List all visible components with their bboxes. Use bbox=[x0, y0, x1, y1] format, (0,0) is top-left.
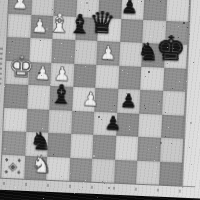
square-h5 bbox=[163, 67, 187, 91]
square-d4 bbox=[72, 87, 96, 111]
square-b5 bbox=[28, 61, 52, 85]
square-e6 bbox=[96, 41, 120, 65]
square-f7 bbox=[120, 18, 144, 42]
chess-board bbox=[1, 0, 189, 186]
square-c7 bbox=[52, 15, 76, 39]
square-f5 bbox=[118, 65, 142, 89]
square-f6 bbox=[119, 42, 143, 66]
square-g4 bbox=[139, 90, 163, 114]
square-h4 bbox=[162, 91, 186, 115]
square-c2 bbox=[47, 133, 71, 157]
square-e2 bbox=[92, 135, 116, 159]
square-d7 bbox=[75, 16, 99, 40]
square-b1 bbox=[24, 155, 48, 179]
square-h8 bbox=[166, 0, 190, 21]
square-f1 bbox=[114, 159, 138, 183]
square-f4 bbox=[117, 89, 141, 113]
square-b3 bbox=[26, 108, 50, 132]
square-d6 bbox=[74, 40, 98, 64]
square-g2 bbox=[137, 137, 161, 161]
corner-ornament-icon: ♦ ♦ ♦ ♦ ◈ bbox=[2, 156, 23, 177]
square-g8 bbox=[143, 0, 167, 20]
edge-stamp-decoration bbox=[0, 48, 3, 88]
square-d8 bbox=[76, 0, 100, 17]
square-h2 bbox=[160, 138, 184, 162]
square-c3 bbox=[48, 109, 72, 133]
square-a5 bbox=[5, 60, 29, 84]
square-h1 bbox=[159, 161, 183, 185]
square-c6 bbox=[51, 39, 75, 63]
square-a7 bbox=[7, 13, 31, 37]
square-g6 bbox=[141, 43, 165, 67]
square-e4 bbox=[94, 88, 118, 112]
square-c5 bbox=[50, 62, 74, 86]
square-b7 bbox=[30, 14, 54, 38]
square-b4 bbox=[27, 85, 51, 109]
square-e1 bbox=[91, 158, 115, 182]
square-h3 bbox=[161, 114, 185, 138]
square-d3 bbox=[71, 110, 95, 134]
square-f8 bbox=[121, 0, 145, 19]
square-g3 bbox=[138, 113, 162, 137]
square-d1 bbox=[69, 157, 93, 181]
square-a2 bbox=[2, 131, 26, 155]
square-h7 bbox=[165, 20, 189, 44]
square-a6 bbox=[6, 37, 30, 61]
square-c4 bbox=[49, 86, 73, 110]
square-f2 bbox=[115, 136, 139, 160]
square-a4 bbox=[4, 84, 28, 108]
square-d2 bbox=[70, 134, 94, 158]
square-b2 bbox=[25, 132, 49, 156]
square-e3 bbox=[93, 111, 117, 135]
square-c1 bbox=[46, 156, 70, 180]
square-a3 bbox=[3, 107, 27, 131]
square-e7 bbox=[97, 17, 121, 41]
square-e5 bbox=[95, 64, 119, 88]
ornament-center-icon: ◈ bbox=[8, 160, 18, 172]
square-g7 bbox=[142, 19, 166, 43]
square-e8 bbox=[98, 0, 122, 18]
square-g5 bbox=[140, 66, 164, 90]
square-d5 bbox=[73, 63, 97, 87]
chess-photo: ♦ ♦ ♦ ♦ ◈ ♟♟♟♝♝♛♟♞♚♚♟♟♝♟♟♟♞♞ bbox=[0, 0, 200, 200]
square-a8 bbox=[8, 0, 32, 14]
square-h6 bbox=[164, 44, 188, 68]
chess-board-frame: ♦ ♦ ♦ ♦ ◈ ♟♟♟♝♝♛♟♞♚♚♟♟♝♟♟♟♞♞ bbox=[0, 0, 200, 199]
square-b6 bbox=[29, 38, 53, 62]
square-g1 bbox=[136, 160, 160, 184]
square-f3 bbox=[116, 112, 140, 136]
square-c8 bbox=[53, 0, 77, 16]
square-b8 bbox=[31, 0, 55, 15]
